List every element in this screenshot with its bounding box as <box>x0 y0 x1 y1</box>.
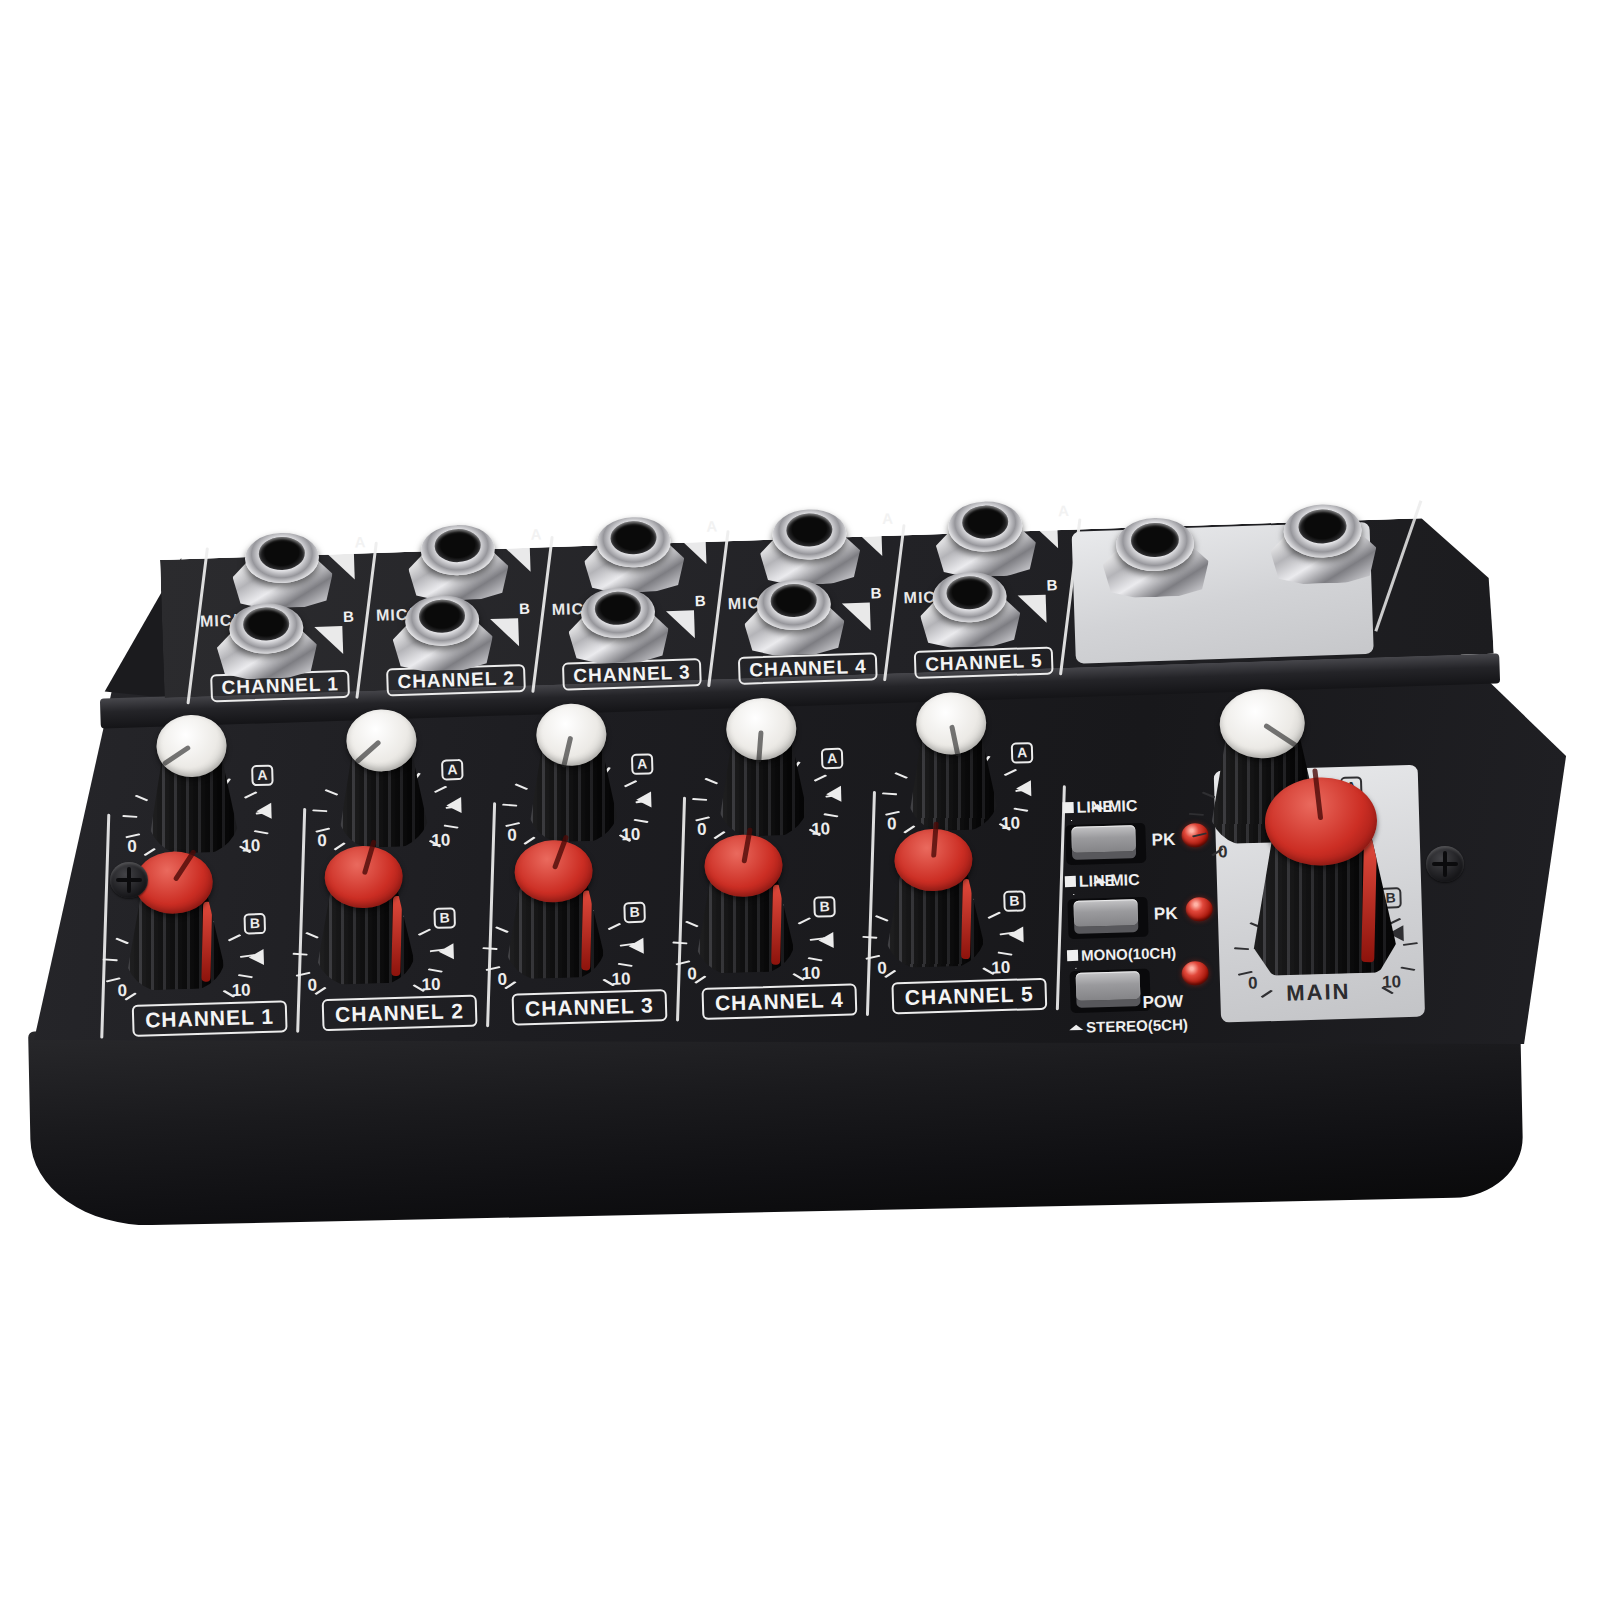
channel-4-knob-a[interactable] <box>714 697 810 840</box>
scale-max: 10 <box>231 980 251 1001</box>
main-label: MAIN <box>1286 979 1351 1007</box>
switch-down-icon <box>1091 804 1105 810</box>
jack-a-flag: A <box>853 522 888 557</box>
flag-sail-icon <box>666 610 695 639</box>
jack-b-flag: B <box>666 604 701 639</box>
scale-max: 10 <box>241 836 261 857</box>
pk-label-2: PK <box>1154 904 1178 925</box>
channel-2-knob-a[interactable] <box>334 708 430 851</box>
line-mic-row-1: LINE MIC <box>1062 798 1108 817</box>
front-channel-3: A 0 10 B 0 10 CHANNEL 3 <box>484 657 686 1062</box>
front-channel-5: A 0 10 B 0 10 CHANNEL 5 <box>864 645 1066 1050</box>
scale-max: 10 <box>1001 813 1021 834</box>
jack-b-flag: B <box>842 596 877 631</box>
scale-max: 10 <box>991 958 1011 979</box>
scale-marker-icon <box>818 932 833 948</box>
main-out-jack-a <box>1101 509 1210 598</box>
scale-marker-icon <box>1016 780 1031 796</box>
knob-a-label: A <box>1011 742 1034 764</box>
knob-b-label: B <box>1003 890 1026 912</box>
panel-screw-right <box>1426 846 1464 882</box>
channel-3-knob-a[interactable] <box>524 702 620 845</box>
channel-1-knob-a[interactable] <box>145 714 241 857</box>
line-mic-switch-2[interactable] <box>1073 899 1138 927</box>
flag-sail-icon <box>502 544 531 573</box>
flag-sail-icon <box>1018 595 1047 624</box>
scale-marker-icon <box>249 949 264 965</box>
scale-marker-icon <box>826 786 841 802</box>
knob-b-label: B <box>433 907 456 929</box>
channel-4-knob-b[interactable] <box>691 833 797 976</box>
flag-sail-icon <box>490 618 519 647</box>
mono-row: MONO(10CH) <box>1067 947 1081 964</box>
knob-a-label: A <box>631 753 654 775</box>
knob-a-label: A <box>251 765 274 787</box>
mixer-product-photo: MIC/LINE A B CHANNEL 1 MIC/LINE A B CHAN… <box>0 0 1601 1601</box>
channel-label: CHANNEL 5 <box>891 978 1047 1015</box>
switch-up-icon <box>1067 950 1078 961</box>
main-section: A 0 10 B 0 10 MAIN <box>1204 624 1437 1060</box>
power-led <box>1181 961 1209 986</box>
switch-up-icon <box>1065 876 1076 887</box>
jack-a-flag: A <box>677 530 712 565</box>
flag-sail-icon <box>678 536 707 565</box>
front-channel-2: A 0 10 B 0 10 CHANNEL 2 <box>294 662 496 1067</box>
channel-5-knob-a[interactable] <box>904 691 1000 834</box>
front-channel-4: A 0 10 B 0 10 CHANNEL 4 <box>674 651 876 1056</box>
scale-marker-icon <box>1008 926 1023 942</box>
knob-b-label: B <box>623 902 646 924</box>
stereo-row: STEREO(5CH) <box>1069 1019 1086 1036</box>
switch-down-icon <box>1093 878 1107 884</box>
knob-b-label: B <box>243 913 266 935</box>
panel-screw-left <box>110 862 148 898</box>
scale-max: 10 <box>621 825 641 846</box>
pow-label: POW <box>1142 992 1183 1013</box>
scale-max: 10 <box>431 830 451 851</box>
knob-a-label: A <box>821 748 844 770</box>
scale-marker-icon <box>256 803 271 819</box>
pk-led-2 <box>1185 897 1213 922</box>
main-knob-b[interactable] <box>1246 775 1400 979</box>
scale-max: 10 <box>421 975 441 996</box>
scale-marker-icon <box>628 938 643 954</box>
jack-b-flag: B <box>490 612 525 647</box>
channel-label: CHANNEL 2 <box>322 995 478 1032</box>
main-out-jack-b <box>1269 496 1378 585</box>
jack-a-flag: A <box>326 545 361 580</box>
knob-a-label: A <box>441 759 464 781</box>
scale-max: 10 <box>801 963 821 984</box>
pk-label-1: PK <box>1151 830 1175 851</box>
scale-max: 10 <box>611 969 631 990</box>
scale-marker-icon <box>636 791 651 807</box>
channel-2-knob-b[interactable] <box>312 844 418 987</box>
line-mic-row-2: LINE MIC <box>1065 872 1111 891</box>
flag-sail-icon <box>326 552 355 581</box>
flag-sail-icon <box>853 528 882 557</box>
channel-label: CHANNEL 3 <box>512 989 668 1026</box>
jack-b-flag: B <box>1017 588 1052 623</box>
flag-sail-icon <box>1029 520 1058 549</box>
channel-5-knob-b[interactable] <box>881 828 987 971</box>
jack-a-flag: A <box>1029 514 1064 549</box>
switch-down-icon <box>1069 1024 1083 1030</box>
channel-label: CHANNEL 1 <box>132 1000 288 1037</box>
line-mic-switch-1[interactable] <box>1071 825 1136 853</box>
mono-stereo-switch[interactable] <box>1076 971 1141 1001</box>
jack-a-flag: A <box>501 538 536 573</box>
flag-sail-icon <box>314 626 343 655</box>
channel-3-knob-b[interactable] <box>501 839 607 982</box>
knob-b-label: B <box>813 896 836 918</box>
channel-label: CHANNEL 4 <box>701 983 857 1020</box>
flag-sail-icon <box>842 602 871 631</box>
scale-marker-icon <box>438 943 453 959</box>
jack-b-flag: B <box>314 620 349 655</box>
edge-pinstripe <box>1374 500 1422 631</box>
scale-marker-icon <box>446 797 461 813</box>
scale-max: 10 <box>811 819 831 840</box>
